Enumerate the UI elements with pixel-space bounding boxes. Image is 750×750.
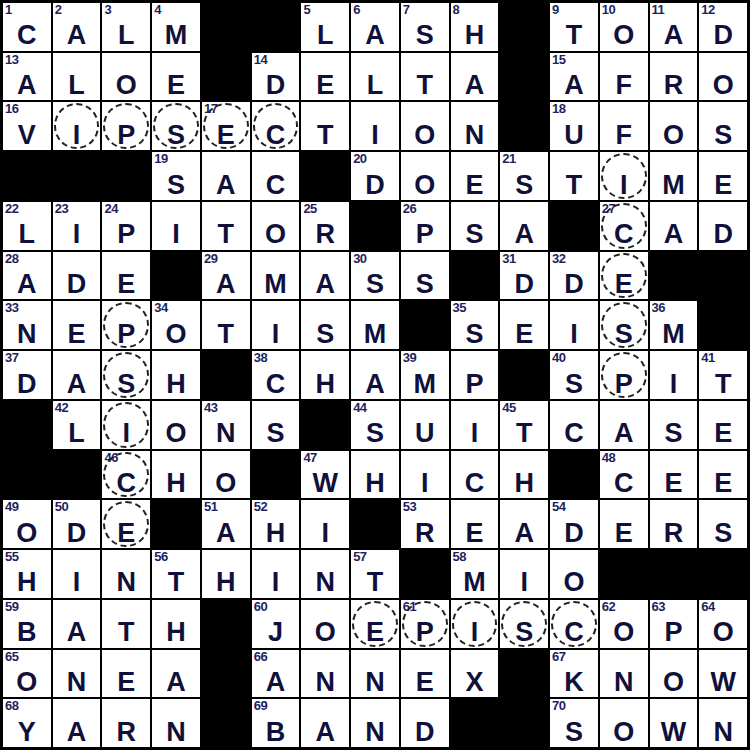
cell-r0c8[interactable]: 7S	[400, 2, 450, 52]
cell-letter: T	[102, 618, 150, 646]
clue-number: 66	[254, 650, 267, 665]
cell-r14c2[interactable]: R	[101, 698, 151, 748]
cell-r8c14[interactable]: E	[698, 400, 748, 450]
cell-letter: S	[500, 618, 548, 646]
clue-number: 27	[602, 202, 615, 217]
clue-number: 10	[602, 3, 615, 18]
cell-letter: O	[550, 568, 598, 596]
cell-letter: E	[500, 320, 548, 348]
cell-letter: S	[351, 270, 399, 298]
cell-r3c8[interactable]: O	[400, 151, 450, 201]
clue-number: 63	[652, 600, 665, 615]
cell-r13c9[interactable]: X	[450, 649, 500, 699]
cell-letter: N	[600, 668, 648, 696]
cell-r13c12[interactable]: N	[599, 649, 649, 699]
cell-r1c8[interactable]: T	[400, 52, 450, 102]
cell-letter: C	[550, 419, 598, 447]
cell-letter: T	[351, 568, 399, 596]
cell-r5c8[interactable]: S	[400, 251, 450, 301]
block-cell-r1c10	[499, 52, 549, 102]
cell-r13c8[interactable]: E	[400, 649, 450, 699]
cell-r7c9[interactable]: P	[450, 350, 500, 400]
clue-number: 21	[502, 152, 515, 167]
cell-r14c1[interactable]: A	[52, 698, 102, 748]
clue-number: 3	[104, 3, 111, 18]
clue-number: 2	[55, 3, 62, 18]
cell-letter: X	[451, 668, 499, 696]
cell-r14c11[interactable]: 70S	[549, 698, 599, 748]
block-cell-r3c2	[101, 151, 151, 201]
cell-r7c7[interactable]: A	[350, 350, 400, 400]
cell-r13c13[interactable]: O	[649, 649, 699, 699]
cell-r13c5[interactable]: 66A	[251, 649, 301, 699]
cell-letter: I	[102, 419, 150, 447]
cell-r0c7[interactable]: 6A	[350, 2, 400, 52]
cell-r10c6[interactable]: I	[300, 499, 350, 549]
cell-r11c10[interactable]: I	[499, 549, 549, 599]
cell-r0c3[interactable]: 4M	[151, 2, 201, 52]
cell-r7c6[interactable]: H	[300, 350, 350, 400]
cell-letter: T	[699, 370, 747, 398]
cell-r12c13[interactable]: 63P	[649, 599, 699, 649]
cell-r2c0[interactable]: 16V	[2, 101, 52, 151]
cell-r9c9[interactable]: C	[450, 450, 500, 500]
cell-r12c8[interactable]: 61P	[400, 599, 450, 649]
cell-r6c7[interactable]: M	[350, 300, 400, 350]
cell-r2c7[interactable]: I	[350, 101, 400, 151]
cell-r10c2[interactable]: E	[101, 499, 151, 549]
clue-number: 57	[353, 550, 366, 565]
cell-r14c6[interactable]: A	[300, 698, 350, 748]
cell-r5c7[interactable]: 30S	[350, 251, 400, 301]
cell-r8c5[interactable]: S	[251, 400, 301, 450]
cell-r11c7[interactable]: 57T	[350, 549, 400, 599]
cell-r4c9[interactable]: S	[450, 201, 500, 251]
cell-r10c13[interactable]: R	[649, 499, 699, 549]
cell-r12c12[interactable]: 62O	[599, 599, 649, 649]
cell-r14c12[interactable]: O	[599, 698, 649, 748]
cell-r7c0[interactable]: 37D	[2, 350, 52, 400]
cell-letter: H	[252, 519, 300, 547]
cell-r2c9[interactable]: N	[450, 101, 500, 151]
cell-letter: O	[699, 71, 747, 99]
cell-r9c13[interactable]: E	[649, 450, 699, 500]
cell-r1c0[interactable]: 13A	[2, 52, 52, 102]
cell-r4c0[interactable]: 22L	[2, 201, 52, 251]
cell-r6c1[interactable]: E	[52, 300, 102, 350]
cell-r5c2[interactable]: E	[101, 251, 151, 301]
cell-letter: N	[301, 568, 349, 596]
clue-number: 25	[303, 202, 316, 217]
cell-letter: S	[699, 121, 747, 149]
cell-r0c14[interactable]: 12D	[698, 2, 748, 52]
clue-number: 30	[353, 252, 366, 267]
cell-letter: T	[152, 568, 200, 596]
cell-r9c14[interactable]: E	[698, 450, 748, 500]
cell-letter: P	[600, 370, 648, 398]
cell-r0c6[interactable]: 5L	[300, 2, 350, 52]
cell-r6c2[interactable]: P	[101, 300, 151, 350]
cell-r13c14[interactable]: W	[698, 649, 748, 699]
cell-r7c2[interactable]: S	[101, 350, 151, 400]
cell-r10c12[interactable]: E	[599, 499, 649, 549]
cell-r9c7[interactable]: H	[350, 450, 400, 500]
clue-number: 51	[204, 500, 217, 515]
cell-r7c12[interactable]: P	[599, 350, 649, 400]
cell-r13c1[interactable]: N	[52, 649, 102, 699]
cell-r2c12[interactable]: F	[599, 101, 649, 151]
clue-number: 33	[5, 301, 18, 316]
cell-r0c1[interactable]: 2A	[52, 2, 102, 52]
cell-r9c2[interactable]: 46C	[101, 450, 151, 500]
cell-letter: S	[152, 121, 200, 149]
cell-letter: I	[152, 220, 200, 248]
cell-r11c3[interactable]: 56T	[151, 549, 201, 599]
cell-r5c11[interactable]: 32D	[549, 251, 599, 301]
cell-r3c14[interactable]: E	[698, 151, 748, 201]
cell-r9c10[interactable]: H	[499, 450, 549, 500]
cell-r14c0[interactable]: 68Y	[2, 698, 52, 748]
cell-r1c14[interactable]: O	[698, 52, 748, 102]
cell-r10c11[interactable]: 54D	[549, 499, 599, 549]
cell-r2c13[interactable]: O	[649, 101, 699, 151]
cell-r6c9[interactable]: 35S	[450, 300, 500, 350]
cell-r11c11[interactable]: O	[549, 549, 599, 599]
cell-r11c6[interactable]: N	[300, 549, 350, 599]
cell-r0c11[interactable]: 9T	[549, 2, 599, 52]
cell-r1c9[interactable]: A	[450, 52, 500, 102]
cell-r6c11[interactable]: I	[549, 300, 599, 350]
clue-number: 37	[5, 351, 18, 366]
cell-r8c13[interactable]: S	[649, 400, 699, 450]
cell-r1c6[interactable]: E	[300, 52, 350, 102]
cell-r1c5[interactable]: 14D	[251, 52, 301, 102]
clue-number: 47	[303, 451, 316, 466]
cell-r14c5[interactable]: 69B	[251, 698, 301, 748]
cell-r2c5[interactable]: C	[251, 101, 301, 151]
cell-r0c13[interactable]: 11A	[649, 2, 699, 52]
cell-r9c3[interactable]: H	[151, 450, 201, 500]
block-cell-r14c9	[450, 698, 500, 748]
cell-r3c12[interactable]: I	[599, 151, 649, 201]
cell-r0c2[interactable]: 3L	[101, 2, 151, 52]
cell-r12c5[interactable]: 60J	[251, 599, 301, 649]
cell-r12c10[interactable]: S	[499, 599, 549, 649]
cell-letter: I	[53, 121, 101, 149]
clue-number: 53	[403, 500, 416, 515]
cell-r4c14[interactable]: D	[698, 201, 748, 251]
cell-r0c0[interactable]: 1C	[2, 2, 52, 52]
cell-letter: S	[500, 171, 548, 199]
cell-r6c10[interactable]: E	[499, 300, 549, 350]
cell-letter: S	[550, 370, 598, 398]
cell-r8c12[interactable]: A	[599, 400, 649, 450]
cell-r6c3[interactable]: 34O	[151, 300, 201, 350]
cell-r12c0[interactable]: 59B	[2, 599, 52, 649]
cell-letter: A	[252, 668, 300, 696]
clue-number: 35	[453, 301, 466, 316]
cell-r2c3[interactable]: S	[151, 101, 201, 151]
cell-letter: C	[3, 21, 51, 49]
cell-r3c5[interactable]: C	[251, 151, 301, 201]
cell-r13c2[interactable]: E	[101, 649, 151, 699]
cell-letter: V	[3, 121, 51, 149]
cell-r5c4[interactable]: 29A	[201, 251, 251, 301]
cell-letter: L	[3, 220, 51, 248]
cell-r2c4[interactable]: 17E	[201, 101, 251, 151]
cell-r14c8[interactable]: D	[400, 698, 450, 748]
cell-letter: E	[699, 469, 747, 497]
cell-letter: A	[202, 171, 250, 199]
cell-r8c7[interactable]: 44S	[350, 400, 400, 450]
cell-letter: I	[252, 568, 300, 596]
clue-number: 1	[5, 3, 12, 18]
cell-letter: R	[401, 519, 449, 547]
cell-r5c1[interactable]: D	[52, 251, 102, 301]
cell-letter: C	[252, 121, 300, 149]
cell-r7c11[interactable]: 40S	[549, 350, 599, 400]
cell-letter: P	[102, 320, 150, 348]
cell-r4c1[interactable]: 23I	[52, 201, 102, 251]
block-cell-r9c11	[549, 450, 599, 500]
cell-r9c6[interactable]: 47W	[300, 450, 350, 500]
cell-r10c4[interactable]: 51A	[201, 499, 251, 549]
cell-r1c13[interactable]: R	[649, 52, 699, 102]
cell-r11c5[interactable]: I	[251, 549, 301, 599]
cell-r7c13[interactable]: I	[649, 350, 699, 400]
cell-r4c6[interactable]: 25R	[300, 201, 350, 251]
cell-r7c5[interactable]: 38C	[251, 350, 301, 400]
cell-r5c0[interactable]: 28A	[2, 251, 52, 301]
cell-r11c1[interactable]: I	[52, 549, 102, 599]
cell-r6c6[interactable]: S	[300, 300, 350, 350]
clue-number: 60	[254, 600, 267, 615]
cell-r4c8[interactable]: 26P	[400, 201, 450, 251]
block-cell-r5c13	[649, 251, 699, 301]
cell-letter: B	[252, 718, 300, 746]
cell-r2c2[interactable]: P	[101, 101, 151, 151]
cell-r12c7[interactable]: E	[350, 599, 400, 649]
cell-letter: A	[351, 21, 399, 49]
cell-letter: Y	[3, 718, 51, 746]
block-cell-r5c3	[151, 251, 201, 301]
cell-letter: P	[401, 220, 449, 248]
cell-r4c4[interactable]: T	[201, 201, 251, 251]
cell-r9c4[interactable]: O	[201, 450, 251, 500]
cell-letter: M	[401, 370, 449, 398]
cell-r9c8[interactable]: I	[400, 450, 450, 500]
cell-r1c12[interactable]: F	[599, 52, 649, 102]
cell-letter: E	[53, 320, 101, 348]
cell-letter: E	[650, 469, 698, 497]
cell-r12c1[interactable]: A	[52, 599, 102, 649]
cell-r3c3[interactable]: 19S	[151, 151, 201, 201]
cell-r12c11[interactable]: C	[549, 599, 599, 649]
cell-r1c7[interactable]: L	[350, 52, 400, 102]
cell-r8c2[interactable]: I	[101, 400, 151, 450]
cell-r11c2[interactable]: N	[101, 549, 151, 599]
cell-r2c14[interactable]: S	[698, 101, 748, 151]
cell-letter: I	[500, 568, 548, 596]
cell-r4c5[interactable]: O	[251, 201, 301, 251]
cell-r2c6[interactable]: T	[300, 101, 350, 151]
cell-r4c3[interactable]: I	[151, 201, 201, 251]
cell-letter: A	[550, 71, 598, 99]
cell-r5c5[interactable]: M	[251, 251, 301, 301]
cell-r14c7[interactable]: N	[350, 698, 400, 748]
clue-number: 42	[55, 401, 68, 416]
cell-letter: O	[3, 668, 51, 696]
cell-letter: S	[351, 419, 399, 447]
cell-letter: A	[451, 71, 499, 99]
cell-letter: O	[600, 718, 648, 746]
cell-letter: D	[3, 370, 51, 398]
cell-r7c14[interactable]: 41T	[698, 350, 748, 400]
cell-letter: E	[351, 618, 399, 646]
cell-r7c3[interactable]: H	[151, 350, 201, 400]
block-cell-r0c5	[251, 2, 301, 52]
cell-letter: K	[550, 668, 598, 696]
clue-number: 43	[204, 401, 217, 416]
cell-letter: H	[451, 21, 499, 49]
cell-r5c12[interactable]: E	[599, 251, 649, 301]
cell-r8c9[interactable]: I	[450, 400, 500, 450]
cell-r6c13[interactable]: 36M	[649, 300, 699, 350]
clue-number: 65	[5, 650, 18, 665]
cell-r6c4[interactable]: T	[201, 300, 251, 350]
cell-r11c4[interactable]: H	[201, 549, 251, 599]
cell-letter: A	[301, 718, 349, 746]
cell-r12c14[interactable]: 64O	[698, 599, 748, 649]
clue-number: 70	[552, 699, 565, 714]
cell-letter: I	[252, 320, 300, 348]
cell-r3c11[interactable]: T	[549, 151, 599, 201]
cell-r10c0[interactable]: 49O	[2, 499, 52, 549]
cell-r2c8[interactable]: O	[400, 101, 450, 151]
cell-r4c10[interactable]: A	[499, 201, 549, 251]
clue-number: 5	[303, 3, 310, 18]
cell-letter: N	[699, 718, 747, 746]
block-cell-r11c14	[698, 549, 748, 599]
cell-r5c10[interactable]: 31D	[499, 251, 549, 301]
clue-number: 61	[403, 600, 416, 615]
cell-r13c11[interactable]: 67K	[549, 649, 599, 699]
cell-r8c11[interactable]: C	[549, 400, 599, 450]
cell-letter: C	[102, 469, 150, 497]
clue-number: 50	[55, 500, 68, 515]
cell-r12c3[interactable]: H	[151, 599, 201, 649]
cell-r7c1[interactable]: A	[52, 350, 102, 400]
cell-r1c1[interactable]: L	[52, 52, 102, 102]
cell-r3c9[interactable]: E	[450, 151, 500, 201]
cell-letter: A	[53, 21, 101, 49]
cell-letter: M	[650, 171, 698, 199]
cell-r9c12[interactable]: 48C	[599, 450, 649, 500]
cell-r6c5[interactable]: I	[251, 300, 301, 350]
cell-r4c12[interactable]: 27C	[599, 201, 649, 251]
cell-r11c0[interactable]: 55H	[2, 549, 52, 599]
cell-r4c2[interactable]: 24P	[101, 201, 151, 251]
cell-letter: A	[3, 71, 51, 99]
cell-r1c3[interactable]: E	[151, 52, 201, 102]
cell-r10c14[interactable]: S	[698, 499, 748, 549]
cell-r4c13[interactable]: A	[649, 201, 699, 251]
cell-r6c12[interactable]: S	[599, 300, 649, 350]
cell-r13c7[interactable]: N	[350, 649, 400, 699]
cell-letter: H	[202, 568, 250, 596]
cell-r5c6[interactable]: A	[300, 251, 350, 301]
clue-number: 54	[552, 500, 565, 515]
cell-r13c3[interactable]: A	[151, 649, 201, 699]
cell-r11c9[interactable]: 58M	[450, 549, 500, 599]
cell-r3c4[interactable]: A	[201, 151, 251, 201]
cell-letter: R	[301, 220, 349, 248]
cell-r6c0[interactable]: 33N	[2, 300, 52, 350]
cell-r0c9[interactable]: 8H	[450, 2, 500, 52]
cell-r10c10[interactable]: A	[499, 499, 549, 549]
cell-letter: O	[3, 519, 51, 547]
cell-r14c3[interactable]: N	[151, 698, 201, 748]
cell-r14c14[interactable]: N	[698, 698, 748, 748]
cell-r3c13[interactable]: M	[649, 151, 699, 201]
cell-r1c11[interactable]: 15A	[549, 52, 599, 102]
cell-r12c2[interactable]: T	[101, 599, 151, 649]
cell-r3c10[interactable]: 21S	[499, 151, 549, 201]
cell-letter: A	[600, 419, 648, 447]
cell-letter: N	[3, 320, 51, 348]
block-cell-r13c10	[499, 649, 549, 699]
cell-r8c1[interactable]: 42L	[52, 400, 102, 450]
cell-r10c9[interactable]: E	[450, 499, 500, 549]
cell-r12c9[interactable]: I	[450, 599, 500, 649]
cell-r14c13[interactable]: W	[649, 698, 699, 748]
cell-letter: A	[3, 270, 51, 298]
clue-number: 56	[154, 550, 167, 565]
cell-r8c10[interactable]: 45T	[499, 400, 549, 450]
cell-r7c8[interactable]: 39M	[400, 350, 450, 400]
clue-number: 22	[5, 202, 18, 217]
cell-r3c7[interactable]: 20D	[350, 151, 400, 201]
cell-r2c1[interactable]: I	[52, 101, 102, 151]
cell-letter: O	[301, 618, 349, 646]
cell-r0c12[interactable]: 10O	[599, 2, 649, 52]
block-cell-r9c1	[52, 450, 102, 500]
cell-letter: N	[102, 568, 150, 596]
cell-r8c8[interactable]: U	[400, 400, 450, 450]
cell-letter: E	[102, 519, 150, 547]
cell-letter: S	[152, 171, 200, 199]
cell-letter: H	[152, 618, 200, 646]
cell-letter: L	[301, 21, 349, 49]
cell-r1c2[interactable]: O	[101, 52, 151, 102]
block-cell-r6c8	[400, 300, 450, 350]
clue-number: 31	[502, 252, 515, 267]
cell-letter: H	[301, 370, 349, 398]
cell-r8c4[interactable]: 43N	[201, 400, 251, 450]
cell-r13c0[interactable]: 65O	[2, 649, 52, 699]
cell-r10c8[interactable]: 53R	[400, 499, 450, 549]
cell-r8c3[interactable]: O	[151, 400, 201, 450]
cell-letter: R	[650, 519, 698, 547]
cell-r2c11[interactable]: 18U	[549, 101, 599, 151]
cell-r13c6[interactable]: N	[300, 649, 350, 699]
cell-letter: T	[401, 71, 449, 99]
clue-number: 59	[5, 600, 18, 615]
cell-r10c5[interactable]: 52H	[251, 499, 301, 549]
cell-r10c1[interactable]: 50D	[52, 499, 102, 549]
cell-r12c6[interactable]: O	[300, 599, 350, 649]
cell-letter: D	[699, 21, 747, 49]
